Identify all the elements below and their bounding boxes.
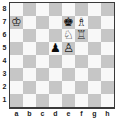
square-c6[interactable] <box>36 29 49 42</box>
square-h5[interactable] <box>101 42 114 55</box>
rank-label-2: 2 <box>0 80 9 93</box>
square-g8[interactable] <box>88 3 101 16</box>
square-d4[interactable] <box>49 55 62 68</box>
square-e6[interactable]: ♘ <box>62 29 75 42</box>
rank-label-8: 8 <box>0 2 9 15</box>
square-f6[interactable]: ♖ <box>75 29 88 42</box>
square-h7[interactable] <box>101 16 114 29</box>
square-b4[interactable] <box>23 55 36 68</box>
board-row-wrap: 87654321 ♔♚♗♘♖♟♙ <box>0 2 119 109</box>
rank-labels: 87654321 <box>0 2 9 106</box>
square-b2[interactable] <box>23 81 36 94</box>
square-a5[interactable] <box>10 42 23 55</box>
square-c2[interactable] <box>36 81 49 94</box>
square-h2[interactable] <box>101 81 114 94</box>
square-b1[interactable] <box>23 94 36 107</box>
file-label-b: b <box>23 109 36 119</box>
square-a2[interactable] <box>10 81 23 94</box>
white-king-icon: ♔ <box>11 16 22 29</box>
file-label-c: c <box>36 109 49 119</box>
square-e2[interactable] <box>62 81 75 94</box>
square-a4[interactable] <box>10 55 23 68</box>
square-e8[interactable] <box>62 3 75 16</box>
square-g2[interactable] <box>88 81 101 94</box>
square-d3[interactable] <box>49 68 62 81</box>
square-f8[interactable] <box>75 3 88 16</box>
square-g5[interactable] <box>88 42 101 55</box>
square-e3[interactable] <box>62 68 75 81</box>
white-rook-icon: ♖ <box>76 29 87 42</box>
rank-label-3: 3 <box>0 67 9 80</box>
square-b7[interactable] <box>23 16 36 29</box>
square-a3[interactable] <box>10 68 23 81</box>
square-c7[interactable] <box>36 16 49 29</box>
square-b6[interactable] <box>23 29 36 42</box>
square-b8[interactable] <box>23 3 36 16</box>
white-knight-icon: ♘ <box>63 29 74 42</box>
square-g4[interactable] <box>88 55 101 68</box>
black-king-icon: ♚ <box>63 16 74 29</box>
square-g7[interactable] <box>88 16 101 29</box>
chess-diagram: 87654321 ♔♚♗♘♖♟♙ abcdefgh <box>0 0 119 119</box>
black-pawn-icon: ♟ <box>50 42 61 55</box>
file-label-g: g <box>88 109 101 119</box>
square-a8[interactable] <box>10 3 23 16</box>
file-label-a: a <box>10 109 23 119</box>
square-f2[interactable] <box>75 81 88 94</box>
white-pawn-icon: ♙ <box>63 42 74 55</box>
square-c8[interactable] <box>36 3 49 16</box>
rank-label-4: 4 <box>0 54 9 67</box>
square-b3[interactable] <box>23 68 36 81</box>
square-b5[interactable] <box>23 42 36 55</box>
square-e7[interactable]: ♚ <box>62 16 75 29</box>
square-d5[interactable]: ♟ <box>49 42 62 55</box>
square-g6[interactable] <box>88 29 101 42</box>
square-h6[interactable] <box>101 29 114 42</box>
file-label-f: f <box>75 109 88 119</box>
square-d2[interactable] <box>49 81 62 94</box>
square-d8[interactable] <box>49 3 62 16</box>
file-label-e: e <box>62 109 75 119</box>
file-labels: abcdefgh <box>10 109 119 119</box>
square-f5[interactable] <box>75 42 88 55</box>
rank-label-6: 6 <box>0 28 9 41</box>
square-c3[interactable] <box>36 68 49 81</box>
square-a1[interactable] <box>10 94 23 107</box>
file-label-d: d <box>49 109 62 119</box>
square-f4[interactable] <box>75 55 88 68</box>
square-e5[interactable]: ♙ <box>62 42 75 55</box>
rank-label-7: 7 <box>0 15 9 28</box>
square-c4[interactable] <box>36 55 49 68</box>
square-d1[interactable] <box>49 94 62 107</box>
square-d6[interactable] <box>49 29 62 42</box>
square-g3[interactable] <box>88 68 101 81</box>
square-f7[interactable]: ♗ <box>75 16 88 29</box>
white-bishop-icon: ♗ <box>76 16 87 29</box>
square-f3[interactable] <box>75 68 88 81</box>
square-d7[interactable] <box>49 16 62 29</box>
chess-board: ♔♚♗♘♖♟♙ <box>9 2 115 109</box>
square-h1[interactable] <box>101 94 114 107</box>
square-a6[interactable] <box>10 29 23 42</box>
rank-label-5: 5 <box>0 41 9 54</box>
square-c1[interactable] <box>36 94 49 107</box>
rank-label-1: 1 <box>0 93 9 106</box>
square-e4[interactable] <box>62 55 75 68</box>
square-h4[interactable] <box>101 55 114 68</box>
square-a7[interactable]: ♔ <box>10 16 23 29</box>
square-h3[interactable] <box>101 68 114 81</box>
square-h8[interactable] <box>101 3 114 16</box>
square-e1[interactable] <box>62 94 75 107</box>
square-f1[interactable] <box>75 94 88 107</box>
file-label-h: h <box>101 109 114 119</box>
square-g1[interactable] <box>88 94 101 107</box>
square-c5[interactable] <box>36 42 49 55</box>
